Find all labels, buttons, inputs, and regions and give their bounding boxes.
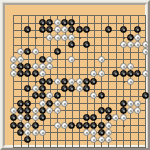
white-stone (54, 26, 61, 33)
grid-line-vertical (145, 15, 146, 148)
white-stone (90, 136, 97, 143)
black-stone (17, 129, 24, 136)
black-stone (68, 41, 75, 48)
black-stone (61, 85, 68, 92)
black-stone (39, 78, 46, 85)
white-stone (105, 129, 112, 136)
white-stone (142, 48, 149, 55)
black-stone (68, 19, 75, 26)
white-stone (17, 56, 24, 63)
white-stone (24, 129, 31, 136)
black-stone (39, 56, 46, 63)
white-stone (32, 107, 39, 114)
hoshi-point (79, 37, 81, 39)
grid-line-vertical (116, 15, 117, 148)
grid-line-horizontal (13, 140, 146, 141)
white-stone (105, 122, 112, 129)
hoshi-point (35, 37, 37, 39)
grid-line-horizontal (13, 147, 146, 148)
black-stone (17, 70, 24, 77)
black-stone (120, 100, 127, 107)
black-stone (90, 122, 97, 129)
hoshi-point (123, 81, 125, 83)
black-stone (120, 107, 127, 114)
white-stone (46, 92, 53, 99)
black-stone (120, 70, 127, 77)
black-stone (68, 26, 75, 33)
black-stone (32, 92, 39, 99)
black-stone (17, 100, 24, 107)
black-stone (24, 100, 31, 107)
black-stone (76, 122, 83, 129)
white-stone (39, 100, 46, 107)
black-stone (76, 26, 83, 33)
black-stone (83, 26, 90, 33)
black-stone (24, 85, 31, 92)
white-stone (54, 19, 61, 26)
black-stone (10, 122, 17, 129)
white-stone (61, 34, 68, 41)
black-stone (134, 70, 141, 77)
white-stone (54, 34, 61, 41)
black-stone (83, 78, 90, 85)
white-stone (54, 107, 61, 114)
black-stone (24, 63, 31, 70)
hoshi-point (35, 81, 37, 83)
white-stone (105, 136, 112, 143)
hoshi-point (123, 125, 125, 127)
white-stone (10, 70, 17, 77)
white-stone (120, 41, 127, 48)
black-stone (54, 48, 61, 55)
black-stone (90, 114, 97, 121)
white-stone (98, 56, 105, 63)
white-stone (46, 56, 53, 63)
black-stone (24, 107, 31, 114)
white-stone (98, 136, 105, 143)
white-stone (134, 100, 141, 107)
black-stone (61, 78, 68, 85)
go-app-window (0, 0, 150, 150)
black-stone (46, 19, 53, 26)
black-stone (39, 114, 46, 121)
black-stone (39, 85, 46, 92)
white-stone (61, 100, 68, 107)
white-stone (76, 85, 83, 92)
black-stone (127, 70, 134, 77)
black-stone (17, 122, 24, 129)
white-stone (39, 63, 46, 70)
black-stone (112, 70, 119, 77)
goban[interactable] (5, 5, 145, 145)
black-stone (24, 48, 31, 55)
white-stone (127, 41, 134, 48)
white-stone (68, 78, 75, 85)
white-stone (46, 63, 53, 70)
white-stone (68, 56, 75, 63)
black-stone (142, 92, 149, 99)
black-stone (46, 26, 53, 33)
black-stone (83, 122, 90, 129)
white-stone (46, 34, 53, 41)
hoshi-point (123, 37, 125, 39)
black-stone (32, 70, 39, 77)
white-stone (98, 70, 105, 77)
black-stone (90, 78, 97, 85)
white-stone (90, 70, 97, 77)
white-stone (76, 78, 83, 85)
black-stone (17, 63, 24, 70)
white-stone (120, 114, 127, 121)
white-stone (10, 56, 17, 63)
black-stone (83, 85, 90, 92)
black-stone (98, 107, 105, 114)
white-stone (54, 122, 61, 129)
black-stone (39, 107, 46, 114)
black-stone (68, 122, 75, 129)
white-stone (90, 129, 97, 136)
white-stone (120, 63, 127, 70)
black-stone (134, 26, 141, 33)
white-stone (10, 63, 17, 70)
white-stone (39, 70, 46, 77)
white-stone (10, 107, 17, 114)
white-stone (32, 63, 39, 70)
black-stone (105, 26, 112, 33)
black-stone (98, 129, 105, 136)
black-stone (98, 122, 105, 129)
white-stone (142, 41, 149, 48)
white-stone (127, 100, 134, 107)
black-stone (24, 26, 31, 33)
black-stone (98, 92, 105, 99)
white-stone (83, 129, 90, 136)
black-stone (39, 92, 46, 99)
white-stone (127, 63, 134, 70)
white-stone (32, 129, 39, 136)
white-stone (32, 48, 39, 55)
white-stone (32, 114, 39, 121)
black-stone (10, 114, 17, 121)
black-stone (83, 41, 90, 48)
black-stone (17, 107, 24, 114)
black-stone (54, 92, 61, 99)
black-stone (46, 78, 53, 85)
black-stone (120, 26, 127, 33)
white-stone (32, 85, 39, 92)
black-stone (39, 26, 46, 33)
black-stone (46, 100, 53, 107)
white-stone (24, 122, 31, 129)
white-stone (134, 34, 141, 41)
black-stone (127, 34, 134, 41)
white-stone (127, 78, 134, 85)
white-stone (68, 34, 75, 41)
white-stone (134, 107, 141, 114)
white-stone (39, 129, 46, 136)
white-stone (54, 78, 61, 85)
black-stone (68, 85, 75, 92)
black-stone (32, 122, 39, 129)
black-stone (39, 19, 46, 26)
white-stone (17, 114, 24, 121)
white-stone (112, 114, 119, 121)
white-stone (134, 41, 141, 48)
white-stone (61, 122, 68, 129)
black-stone (105, 114, 112, 121)
white-stone (54, 100, 61, 107)
white-stone (90, 92, 97, 99)
white-stone (61, 26, 68, 33)
black-stone (61, 19, 68, 26)
white-stone (46, 107, 53, 114)
white-stone (142, 70, 149, 77)
black-stone (24, 70, 31, 77)
white-stone (127, 107, 134, 114)
black-stone (24, 114, 31, 121)
board-frame (3, 3, 147, 147)
white-stone (17, 48, 24, 55)
black-stone (24, 136, 31, 143)
black-stone (105, 107, 112, 114)
black-stone (83, 114, 90, 121)
